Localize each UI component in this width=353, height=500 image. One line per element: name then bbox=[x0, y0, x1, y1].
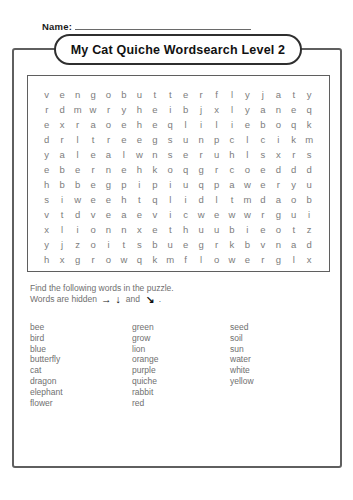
grid-cell-r9c12: e bbox=[209, 207, 224, 222]
grid-cell-r6c1: e bbox=[39, 162, 54, 177]
grid-cell-r3c10: l bbox=[178, 117, 193, 132]
grid-cell-r1c17: t bbox=[286, 87, 301, 102]
grid-cell-r12c14: e bbox=[240, 252, 255, 267]
word-item: rabbit bbox=[132, 387, 230, 398]
grid-cell-r12c6: w bbox=[116, 252, 131, 267]
word-item: soil bbox=[230, 333, 254, 344]
grid-cell-r9c16: g bbox=[271, 207, 286, 222]
grid-cell-r11c6: t bbox=[116, 237, 131, 252]
grid-cell-r8c16: a bbox=[271, 192, 286, 207]
grid-cell-r4c7: e bbox=[132, 132, 147, 147]
grid-cell-r7c11: q bbox=[193, 177, 208, 192]
grid-cell-r9c18: i bbox=[301, 207, 316, 222]
grid-cell-r2c17: e bbox=[286, 102, 301, 117]
grid-cell-r9c2: t bbox=[54, 207, 69, 222]
instructions-period: . bbox=[159, 294, 161, 305]
grid-cell-r9c6: a bbox=[116, 207, 131, 222]
grid-cell-r4c8: g bbox=[147, 132, 162, 147]
grid-cell-r9c4: v bbox=[85, 207, 100, 222]
grid-cell-r12c18: x bbox=[301, 252, 316, 267]
grid-cell-r3c15: b bbox=[255, 117, 270, 132]
grid-cell-r4c3: l bbox=[70, 132, 85, 147]
grid-cell-r6c5: n bbox=[101, 162, 116, 177]
grid-cell-r2c6: y bbox=[116, 102, 131, 117]
grid-cell-r10c1: x bbox=[39, 222, 54, 237]
grid-cell-r10c18: z bbox=[301, 222, 316, 237]
grid-cell-r11c5: i bbox=[101, 237, 116, 252]
grid-cell-r7c4: e bbox=[85, 177, 100, 192]
grid-cell-r7c6: p bbox=[116, 177, 131, 192]
grid-cell-r8c12: l bbox=[209, 192, 224, 207]
grid-cell-r3c18: k bbox=[301, 117, 316, 132]
grid-cell-r11c7: s bbox=[132, 237, 147, 252]
grid-cell-r2c1: r bbox=[39, 102, 54, 117]
grid-cell-r8c15: d bbox=[255, 192, 270, 207]
grid-cell-r12c1: h bbox=[39, 252, 54, 267]
grid-cell-r3c8: e bbox=[147, 117, 162, 132]
grid-cell-r12c5: o bbox=[101, 252, 116, 267]
grid-cell-r5c18: s bbox=[301, 147, 316, 162]
word-item: elephant bbox=[30, 387, 132, 398]
grid-cell-r8c2: i bbox=[54, 192, 69, 207]
grid-cell-r6c8: k bbox=[147, 162, 162, 177]
grid-cell-r1c18: y bbox=[301, 87, 316, 102]
grid-cell-r12c7: q bbox=[132, 252, 147, 267]
word-item: sun bbox=[230, 344, 254, 355]
grid-cell-r5c3: l bbox=[70, 147, 85, 162]
grid-cell-r2c16: n bbox=[271, 102, 286, 117]
grid-cell-r11c8: b bbox=[147, 237, 162, 252]
grid-cell-r2c13: l bbox=[224, 102, 239, 117]
arrow-down-icon: ↓ bbox=[115, 294, 120, 305]
grid-cell-r11c17: a bbox=[286, 237, 301, 252]
name-blank-line bbox=[75, 20, 251, 30]
grid-cell-r9c13: w bbox=[224, 207, 239, 222]
grid-cell-r6c4: r bbox=[85, 162, 100, 177]
grid-cell-r12c9: m bbox=[163, 252, 178, 267]
grid-cell-r7c7: i bbox=[132, 177, 147, 192]
grid-cell-r1c2: e bbox=[54, 87, 69, 102]
word-item: blue bbox=[30, 344, 132, 355]
grid-cell-r8c11: d bbox=[193, 192, 208, 207]
outer-border: My Cat Quiche Wordsearch Level 2 vengobu… bbox=[12, 48, 342, 468]
grid-cell-r6c16: d bbox=[271, 162, 286, 177]
grid-cell-r5c4: e bbox=[85, 147, 100, 162]
word-item: purple bbox=[132, 365, 230, 376]
grid-cell-r2c10: b bbox=[178, 102, 193, 117]
grid-cell-r7c16: r bbox=[271, 177, 286, 192]
grid-cell-r8c18: b bbox=[301, 192, 316, 207]
word-item: bee bbox=[30, 322, 132, 333]
grid-cell-r9c14: w bbox=[240, 207, 255, 222]
grid-cell-r2c11: j bbox=[193, 102, 208, 117]
grid-cell-r5c17: r bbox=[286, 147, 301, 162]
grid-cell-r10c13: b bbox=[224, 222, 239, 237]
grid-cell-r1c4: g bbox=[85, 87, 100, 102]
grid-cell-r6c12: r bbox=[209, 162, 224, 177]
name-label: Name: bbox=[42, 21, 72, 32]
grid-cell-r11c16: n bbox=[271, 237, 286, 252]
grid-cell-r4c5: r bbox=[101, 132, 116, 147]
grid-cell-r7c18: u bbox=[301, 177, 316, 192]
grid-cell-r10c12: u bbox=[209, 222, 224, 237]
word-item: flower bbox=[30, 398, 132, 409]
grid-cell-r1c8: t bbox=[147, 87, 162, 102]
grid-cell-r1c15: j bbox=[255, 87, 270, 102]
grid-cell-r1c7: u bbox=[132, 87, 147, 102]
grid-cell-r10c4: o bbox=[85, 222, 100, 237]
word-item: dragon bbox=[30, 376, 132, 387]
grid-cell-r7c3: b bbox=[70, 177, 85, 192]
grid-cell-r7c2: b bbox=[54, 177, 69, 192]
grid-cell-r5c12: u bbox=[209, 147, 224, 162]
grid-cell-r11c14: b bbox=[240, 237, 255, 252]
grid-cell-r7c15: e bbox=[255, 177, 270, 192]
grid-cell-r5c1: y bbox=[39, 147, 54, 162]
page-title: My Cat Quiche Wordsearch Level 2 bbox=[71, 43, 286, 57]
grid-cell-r10c7: x bbox=[132, 222, 147, 237]
grid-cell-r3c13: i bbox=[224, 117, 239, 132]
grid-cell-r11c1: y bbox=[39, 237, 54, 252]
grid-cell-r6c18: d bbox=[301, 162, 316, 177]
grid-cell-r4c1: d bbox=[39, 132, 54, 147]
grid-cell-r3c12: l bbox=[209, 117, 224, 132]
grid-cell-r9c8: v bbox=[147, 207, 162, 222]
grid-cell-r1c6: b bbox=[116, 87, 131, 102]
grid-cell-r8c14: m bbox=[240, 192, 255, 207]
grid-cell-r6c17: d bbox=[286, 162, 301, 177]
grid-cell-r2c14: y bbox=[240, 102, 255, 117]
grid-cell-r11c4: o bbox=[85, 237, 100, 252]
grid-cell-r3c11: i bbox=[193, 117, 208, 132]
grid-cell-r4c15: c bbox=[255, 132, 270, 147]
word-column-1: beebirdbluebutterflycatdragonelephantflo… bbox=[30, 322, 132, 408]
word-item: green bbox=[132, 322, 230, 333]
grid-cell-r10c16: o bbox=[271, 222, 286, 237]
word-item: white bbox=[230, 365, 254, 376]
grid-cell-r5c13: h bbox=[224, 147, 239, 162]
grid-cell-r10c17: t bbox=[286, 222, 301, 237]
grid-cell-r10c15: e bbox=[255, 222, 270, 237]
grid-cell-r7c10: u bbox=[178, 177, 193, 192]
grid-cell-r4c18: m bbox=[301, 132, 316, 147]
grid-cell-r3c4: a bbox=[85, 117, 100, 132]
grid-cell-r2c9: i bbox=[163, 102, 178, 117]
word-item: orange bbox=[132, 354, 230, 365]
grid-cell-r1c11: r bbox=[193, 87, 208, 102]
wordsearch-grid: vengobutterflyjatyrdmwryheibjxlyaneqexra… bbox=[39, 87, 317, 267]
grid-cell-r8c5: e bbox=[101, 192, 116, 207]
grid-cell-r12c2: x bbox=[54, 252, 69, 267]
word-item: water bbox=[230, 354, 254, 365]
grid-cell-r9c17: u bbox=[286, 207, 301, 222]
grid-cell-r12c4: r bbox=[85, 252, 100, 267]
grid-cell-r10c8: e bbox=[147, 222, 162, 237]
grid-cell-r5c9: s bbox=[163, 147, 178, 162]
grid-cell-r1c9: t bbox=[163, 87, 178, 102]
grid-cell-r2c15: a bbox=[255, 102, 270, 117]
grid-cell-r4c12: p bbox=[209, 132, 224, 147]
grid-cell-r2c4: w bbox=[85, 102, 100, 117]
grid-cell-r11c18: d bbox=[301, 237, 316, 252]
grid-cell-r11c12: r bbox=[209, 237, 224, 252]
grid-cell-r12c15: r bbox=[255, 252, 270, 267]
grid-cell-r3c1: e bbox=[39, 117, 54, 132]
grid-cell-r7c9: i bbox=[163, 177, 178, 192]
grid-cell-r5c11: r bbox=[193, 147, 208, 162]
grid-cell-r3c5: o bbox=[101, 117, 116, 132]
grid-cell-r11c11: g bbox=[193, 237, 208, 252]
grid-cell-r12c8: k bbox=[147, 252, 162, 267]
grid-cell-r5c15: s bbox=[255, 147, 270, 162]
grid-cell-r8c9: l bbox=[163, 192, 178, 207]
grid-cell-r10c10: h bbox=[178, 222, 193, 237]
word-item: yellow bbox=[230, 376, 254, 387]
grid-cell-r9c5: e bbox=[101, 207, 116, 222]
grid-cell-r8c13: t bbox=[224, 192, 239, 207]
grid-cell-r8c1: s bbox=[39, 192, 54, 207]
word-column-2: greengrowlionorangepurplequicherabbitred bbox=[132, 322, 230, 408]
grid-cell-r12c16: g bbox=[271, 252, 286, 267]
grid-cell-r9c15: r bbox=[255, 207, 270, 222]
word-item: butterfly bbox=[30, 354, 132, 365]
grid-cell-r7c8: p bbox=[147, 177, 162, 192]
grid-cell-r4c17: k bbox=[286, 132, 301, 147]
grid-cell-r2c2: d bbox=[54, 102, 69, 117]
grid-cell-r3c6: e bbox=[116, 117, 131, 132]
grid-cell-r11c9: u bbox=[163, 237, 178, 252]
grid-cell-r11c10: e bbox=[178, 237, 193, 252]
grid-cell-r7c5: g bbox=[101, 177, 116, 192]
title-box: My Cat Quiche Wordsearch Level 2 bbox=[54, 34, 302, 65]
grid-cell-r3c7: h bbox=[132, 117, 147, 132]
puzzle-grid-box: vengobutterflyjatyrdmwryheibjxlyaneqexra… bbox=[27, 75, 330, 272]
grid-cell-r9c11: w bbox=[193, 207, 208, 222]
grid-cell-r1c10: e bbox=[178, 87, 193, 102]
grid-cell-r11c15: v bbox=[255, 237, 270, 252]
grid-cell-r10c5: n bbox=[101, 222, 116, 237]
grid-cell-r12c13: w bbox=[224, 252, 239, 267]
grid-cell-r12c10: f bbox=[178, 252, 193, 267]
grid-cell-r4c10: u bbox=[178, 132, 193, 147]
grid-cell-r1c13: l bbox=[224, 87, 239, 102]
grid-cell-r12c3: g bbox=[70, 252, 85, 267]
grid-cell-r10c9: t bbox=[163, 222, 178, 237]
grid-cell-r6c2: b bbox=[54, 162, 69, 177]
word-item: lion bbox=[132, 344, 230, 355]
grid-cell-r10c3: i bbox=[70, 222, 85, 237]
grid-cell-r10c11: u bbox=[193, 222, 208, 237]
word-column-3: seedsoilsunwaterwhiteyellow bbox=[230, 322, 254, 408]
grid-cell-r8c3: w bbox=[70, 192, 85, 207]
grid-cell-r9c3: d bbox=[70, 207, 85, 222]
grid-cell-r6c6: e bbox=[116, 162, 131, 177]
grid-cell-r12c11: l bbox=[193, 252, 208, 267]
grid-cell-r8c4: e bbox=[85, 192, 100, 207]
grid-cell-r2c7: h bbox=[132, 102, 147, 117]
grid-cell-r6c10: q bbox=[178, 162, 193, 177]
grid-cell-r7c14: w bbox=[240, 177, 255, 192]
word-item: bird bbox=[30, 333, 132, 344]
grid-cell-r6c3: e bbox=[70, 162, 85, 177]
grid-cell-r7c12: p bbox=[209, 177, 224, 192]
arrow-diagonal-icon: ↘ bbox=[146, 294, 155, 305]
grid-cell-r9c7: e bbox=[132, 207, 147, 222]
grid-cell-r10c6: n bbox=[116, 222, 131, 237]
word-item: red bbox=[132, 398, 230, 409]
arrow-right-icon: → bbox=[101, 294, 112, 305]
grid-cell-r8c8: q bbox=[147, 192, 162, 207]
grid-cell-r2c18: q bbox=[301, 102, 316, 117]
grid-cell-r9c9: i bbox=[163, 207, 178, 222]
grid-cell-r6c7: h bbox=[132, 162, 147, 177]
word-item: grow bbox=[132, 333, 230, 344]
grid-cell-r5c5: a bbox=[101, 147, 116, 162]
grid-cell-r4c13: c bbox=[224, 132, 239, 147]
grid-cell-r5c14: l bbox=[240, 147, 255, 162]
grid-cell-r10c2: l bbox=[54, 222, 69, 237]
grid-cell-r3c2: x bbox=[54, 117, 69, 132]
grid-cell-r1c14: y bbox=[240, 87, 255, 102]
grid-cell-r4c11: n bbox=[193, 132, 208, 147]
grid-cell-r2c8: e bbox=[147, 102, 162, 117]
grid-cell-r2c3: m bbox=[70, 102, 85, 117]
grid-cell-r4c14: l bbox=[240, 132, 255, 147]
grid-cell-r6c15: e bbox=[255, 162, 270, 177]
grid-cell-r4c6: e bbox=[116, 132, 131, 147]
grid-cell-r9c1: v bbox=[39, 207, 54, 222]
grid-cell-r11c2: j bbox=[54, 237, 69, 252]
grid-cell-r8c7: t bbox=[132, 192, 147, 207]
word-item: quiche bbox=[132, 376, 230, 387]
grid-cell-r5c6: l bbox=[116, 147, 131, 162]
word-item: cat bbox=[30, 365, 132, 376]
instructions-and-label: and bbox=[126, 294, 140, 305]
grid-cell-r6c13: c bbox=[224, 162, 239, 177]
grid-cell-r7c17: y bbox=[286, 177, 301, 192]
grid-cell-r3c14: e bbox=[240, 117, 255, 132]
grid-cell-r4c9: s bbox=[163, 132, 178, 147]
grid-cell-r12c17: l bbox=[286, 252, 301, 267]
grid-cell-r5c2: a bbox=[54, 147, 69, 162]
grid-cell-r3c3: r bbox=[70, 117, 85, 132]
grid-cell-r3c17: q bbox=[286, 117, 301, 132]
instructions-line2-prefix: Words are hidden bbox=[30, 294, 97, 305]
grid-cell-r6c9: o bbox=[163, 162, 178, 177]
grid-cell-r1c16: a bbox=[271, 87, 286, 102]
grid-cell-r2c5: r bbox=[101, 102, 116, 117]
word-list: beebirdbluebutterflycatdragonelephantflo… bbox=[30, 322, 254, 408]
grid-cell-r7c13: a bbox=[224, 177, 239, 192]
grid-cell-r8c17: o bbox=[286, 192, 301, 207]
grid-cell-r9c10: c bbox=[178, 207, 193, 222]
grid-cell-r3c16: o bbox=[271, 117, 286, 132]
grid-cell-r5c16: x bbox=[271, 147, 286, 162]
instructions: Find the following words in the puzzle. … bbox=[30, 283, 174, 305]
name-row: Name: bbox=[42, 16, 251, 34]
grid-cell-r4c16: i bbox=[271, 132, 286, 147]
instructions-line2: Words are hidden → ↓ and ↘ . bbox=[30, 294, 174, 305]
grid-cell-r5c10: e bbox=[178, 147, 193, 162]
grid-cell-r5c7: w bbox=[132, 147, 147, 162]
word-item: seed bbox=[230, 322, 254, 333]
worksheet-page: Name: My Cat Quiche Wordsearch Level 2 v… bbox=[0, 0, 353, 500]
grid-cell-r6c11: g bbox=[193, 162, 208, 177]
grid-cell-r1c3: n bbox=[70, 87, 85, 102]
grid-cell-r10c14: i bbox=[240, 222, 255, 237]
grid-cell-r4c4: t bbox=[85, 132, 100, 147]
grid-cell-r1c12: f bbox=[209, 87, 224, 102]
grid-cell-r7c1: h bbox=[39, 177, 54, 192]
grid-cell-r11c3: z bbox=[70, 237, 85, 252]
grid-cell-r4c2: r bbox=[54, 132, 69, 147]
grid-cell-r1c5: o bbox=[101, 87, 116, 102]
grid-cell-r8c10: i bbox=[178, 192, 193, 207]
grid-cell-r1c1: v bbox=[39, 87, 54, 102]
grid-cell-r11c13: k bbox=[224, 237, 239, 252]
grid-cell-r3c9: q bbox=[163, 117, 178, 132]
grid-cell-r8c6: h bbox=[116, 192, 131, 207]
grid-cell-r5c8: n bbox=[147, 147, 162, 162]
grid-cell-r12c12: o bbox=[209, 252, 224, 267]
grid-cell-r2c12: x bbox=[209, 102, 224, 117]
grid-cell-r6c14: o bbox=[240, 162, 255, 177]
